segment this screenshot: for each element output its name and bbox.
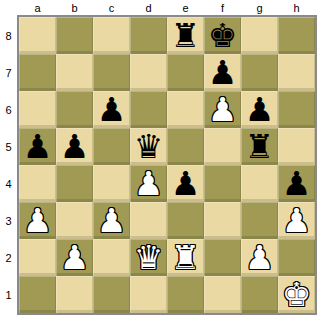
black-rook[interactable]: ♜ <box>171 17 201 54</box>
white-pawn[interactable]: ♟ <box>97 202 127 239</box>
rank-label-6: 6 <box>0 91 17 128</box>
square-g3[interactable] <box>241 202 278 239</box>
board: ♜♚♟♟♟♟♟♟♛♜♟♟♟♟♟♟♟♛♜♟♚ <box>19 17 315 313</box>
square-c8[interactable] <box>93 17 130 54</box>
board-frame: ♜♚♟♟♟♟♟♟♛♜♟♟♟♟♟♟♟♛♜♟♚ <box>17 15 317 315</box>
file-label-f: f <box>204 0 241 15</box>
square-e6[interactable] <box>167 91 204 128</box>
square-g7[interactable] <box>241 54 278 91</box>
square-f5[interactable] <box>204 128 241 165</box>
black-pawn[interactable]: ♟ <box>171 165 201 202</box>
square-e4[interactable]: ♟ <box>167 165 204 202</box>
chess-diagram: abcdefgh 87654321 ♜♚♟♟♟♟♟♟♛♜♟♟♟♟♟♟♟♛♜♟♚ <box>0 0 320 320</box>
square-e1[interactable] <box>167 276 204 313</box>
rank-labels: 87654321 <box>0 17 17 313</box>
square-a6[interactable] <box>19 91 56 128</box>
square-g2[interactable]: ♟ <box>241 239 278 276</box>
square-b5[interactable]: ♟ <box>56 128 93 165</box>
square-c2[interactable] <box>93 239 130 276</box>
square-c6[interactable]: ♟ <box>93 91 130 128</box>
square-e8[interactable]: ♜ <box>167 17 204 54</box>
white-pawn[interactable]: ♟ <box>134 165 164 202</box>
square-d6[interactable] <box>130 91 167 128</box>
black-pawn[interactable]: ♟ <box>208 54 238 91</box>
rank-label-8: 8 <box>0 17 17 54</box>
file-label-h: h <box>278 0 315 15</box>
square-e2[interactable]: ♜ <box>167 239 204 276</box>
square-d1[interactable] <box>130 276 167 313</box>
square-b7[interactable] <box>56 54 93 91</box>
black-pawn[interactable]: ♟ <box>60 128 90 165</box>
square-f1[interactable] <box>204 276 241 313</box>
square-b6[interactable] <box>56 91 93 128</box>
square-d2[interactable]: ♛ <box>130 239 167 276</box>
rank-label-1: 1 <box>0 276 17 313</box>
square-f3[interactable] <box>204 202 241 239</box>
square-a8[interactable] <box>19 17 56 54</box>
white-pawn[interactable]: ♟ <box>208 91 238 128</box>
square-h4[interactable]: ♟ <box>278 165 315 202</box>
rank-label-4: 4 <box>0 165 17 202</box>
white-rook[interactable]: ♜ <box>171 239 201 276</box>
white-queen[interactable]: ♛ <box>134 239 164 276</box>
white-king[interactable]: ♚ <box>282 276 312 313</box>
square-e7[interactable] <box>167 54 204 91</box>
square-a4[interactable] <box>19 165 56 202</box>
square-b3[interactable] <box>56 202 93 239</box>
file-labels: abcdefgh <box>19 0 315 15</box>
rank-label-2: 2 <box>0 239 17 276</box>
black-pawn[interactable]: ♟ <box>282 165 312 202</box>
square-h2[interactable] <box>278 239 315 276</box>
square-f7[interactable]: ♟ <box>204 54 241 91</box>
square-b1[interactable] <box>56 276 93 313</box>
square-f6[interactable]: ♟ <box>204 91 241 128</box>
square-f8[interactable]: ♚ <box>204 17 241 54</box>
rank-label-5: 5 <box>0 128 17 165</box>
square-h6[interactable] <box>278 91 315 128</box>
square-d5[interactable]: ♛ <box>130 128 167 165</box>
square-a5[interactable]: ♟ <box>19 128 56 165</box>
square-g4[interactable] <box>241 165 278 202</box>
square-d7[interactable] <box>130 54 167 91</box>
black-rook[interactable]: ♜ <box>245 128 275 165</box>
square-h7[interactable] <box>278 54 315 91</box>
square-g8[interactable] <box>241 17 278 54</box>
square-h1[interactable]: ♚ <box>278 276 315 313</box>
black-pawn[interactable]: ♟ <box>97 91 127 128</box>
file-label-g: g <box>241 0 278 15</box>
white-pawn[interactable]: ♟ <box>282 202 312 239</box>
square-b2[interactable]: ♟ <box>56 239 93 276</box>
rank-label-7: 7 <box>0 54 17 91</box>
square-b8[interactable] <box>56 17 93 54</box>
square-d8[interactable] <box>130 17 167 54</box>
square-a2[interactable] <box>19 239 56 276</box>
square-h8[interactable] <box>278 17 315 54</box>
square-c1[interactable] <box>93 276 130 313</box>
square-d3[interactable] <box>130 202 167 239</box>
black-pawn[interactable]: ♟ <box>245 91 275 128</box>
black-pawn[interactable]: ♟ <box>23 128 53 165</box>
square-c4[interactable] <box>93 165 130 202</box>
file-label-c: c <box>93 0 130 15</box>
square-b4[interactable] <box>56 165 93 202</box>
square-a1[interactable] <box>19 276 56 313</box>
square-c3[interactable]: ♟ <box>93 202 130 239</box>
square-e3[interactable] <box>167 202 204 239</box>
square-a7[interactable] <box>19 54 56 91</box>
square-h3[interactable]: ♟ <box>278 202 315 239</box>
square-c5[interactable] <box>93 128 130 165</box>
file-label-e: e <box>167 0 204 15</box>
white-pawn[interactable]: ♟ <box>245 239 275 276</box>
file-label-a: a <box>19 0 56 15</box>
square-f2[interactable] <box>204 239 241 276</box>
square-g5[interactable]: ♜ <box>241 128 278 165</box>
white-pawn[interactable]: ♟ <box>60 239 90 276</box>
square-g6[interactable]: ♟ <box>241 91 278 128</box>
square-c7[interactable] <box>93 54 130 91</box>
file-label-d: d <box>130 0 167 15</box>
square-e5[interactable] <box>167 128 204 165</box>
rank-label-3: 3 <box>0 202 17 239</box>
square-h5[interactable] <box>278 128 315 165</box>
black-queen[interactable]: ♛ <box>134 128 164 165</box>
square-f4[interactable] <box>204 165 241 202</box>
square-g1[interactable] <box>241 276 278 313</box>
file-label-b: b <box>56 0 93 15</box>
square-a3[interactable]: ♟ <box>19 202 56 239</box>
square-d4[interactable]: ♟ <box>130 165 167 202</box>
black-king[interactable]: ♚ <box>208 17 238 54</box>
white-pawn[interactable]: ♟ <box>23 202 53 239</box>
